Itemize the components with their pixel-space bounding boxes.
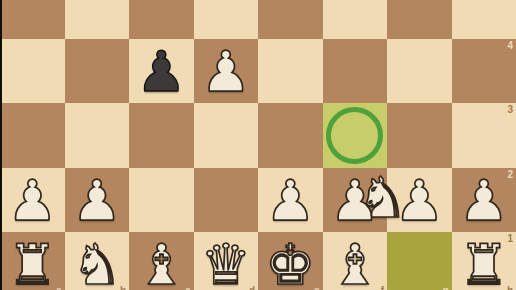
square-h2[interactable]: ♟2 bbox=[452, 168, 516, 233]
white-pawn-a2[interactable]: ♟ bbox=[0, 168, 65, 233]
square-a3[interactable] bbox=[0, 103, 65, 168]
hint-circle bbox=[326, 107, 383, 164]
white-bishop-f1[interactable]: ♝ bbox=[323, 232, 388, 290]
square-d5[interactable] bbox=[194, 0, 259, 39]
square-f3[interactable] bbox=[323, 103, 388, 168]
square-g4[interactable] bbox=[387, 39, 452, 104]
square-h5[interactable] bbox=[452, 0, 516, 39]
square-b5[interactable] bbox=[65, 0, 130, 39]
square-e4[interactable] bbox=[258, 39, 323, 104]
square-e5[interactable] bbox=[258, 0, 323, 39]
rank-label-4: 4 bbox=[507, 41, 513, 51]
white-pawn-d4[interactable]: ♟ bbox=[194, 39, 259, 104]
white-bishop-c1[interactable]: ♝ bbox=[129, 232, 194, 290]
square-c1[interactable]: ♝c bbox=[129, 232, 194, 290]
chess-board: ♜♞♝♛♚♝♞♜♟♟♟♟♟♟♟♟♟43♟♟♟♟♟♟2♜a♞b♝c♛d♚e♝fg♜… bbox=[0, 0, 516, 290]
square-a1[interactable]: ♜a bbox=[0, 232, 65, 290]
white-pawn-h2[interactable]: ♟ bbox=[452, 168, 516, 233]
square-c3[interactable] bbox=[129, 103, 194, 168]
square-g3[interactable] bbox=[387, 103, 452, 168]
square-b3[interactable] bbox=[65, 103, 130, 168]
square-b2[interactable]: ♟ bbox=[65, 168, 130, 233]
square-c2[interactable] bbox=[129, 168, 194, 233]
file-label-g: g bbox=[442, 286, 448, 290]
white-pawn-e2[interactable]: ♟ bbox=[258, 168, 323, 233]
white-king-e1[interactable]: ♚ bbox=[258, 232, 323, 290]
white-knight-animating[interactable]: ♞ bbox=[350, 165, 415, 230]
square-c4[interactable]: ♟ bbox=[129, 39, 194, 104]
square-h3[interactable]: 3 bbox=[452, 103, 516, 168]
white-knight-b1[interactable]: ♞ bbox=[65, 232, 130, 290]
square-c5[interactable] bbox=[129, 0, 194, 39]
white-pawn-b2[interactable]: ♟ bbox=[65, 168, 130, 233]
chess-board-viewport: ♜♞♝♛♚♝♞♜♟♟♟♟♟♟♟♟♟43♟♟♟♟♟♟2♜a♞b♝c♛d♚e♝fg♜… bbox=[0, 0, 516, 290]
square-e1[interactable]: ♚e bbox=[258, 232, 323, 290]
square-d2[interactable] bbox=[194, 168, 259, 233]
square-a4[interactable] bbox=[0, 39, 65, 104]
square-e2[interactable]: ♟ bbox=[258, 168, 323, 233]
white-rook-a1[interactable]: ♜ bbox=[0, 232, 65, 290]
white-queen-d1[interactable]: ♛ bbox=[194, 232, 259, 290]
square-f1[interactable]: ♝f bbox=[323, 232, 388, 290]
square-g1[interactable]: g bbox=[387, 232, 452, 290]
square-f5[interactable] bbox=[323, 0, 388, 39]
square-d3[interactable] bbox=[194, 103, 259, 168]
square-d1[interactable]: ♛d bbox=[194, 232, 259, 290]
black-pawn-c4[interactable]: ♟ bbox=[129, 39, 194, 104]
square-b1[interactable]: ♞b bbox=[65, 232, 130, 290]
square-d4[interactable]: ♟ bbox=[194, 39, 259, 104]
square-b4[interactable] bbox=[65, 39, 130, 104]
square-a5[interactable] bbox=[0, 0, 65, 39]
square-e3[interactable] bbox=[258, 103, 323, 168]
square-g5[interactable] bbox=[387, 0, 452, 39]
square-h1[interactable]: ♜1h bbox=[452, 232, 516, 290]
screen-edge-artifact bbox=[0, 0, 2, 290]
square-f4[interactable] bbox=[323, 39, 388, 104]
square-a2[interactable]: ♟ bbox=[0, 168, 65, 233]
square-h4[interactable]: 4 bbox=[452, 39, 516, 104]
rank-label-3: 3 bbox=[507, 105, 513, 115]
white-rook-h1[interactable]: ♜ bbox=[452, 232, 516, 290]
